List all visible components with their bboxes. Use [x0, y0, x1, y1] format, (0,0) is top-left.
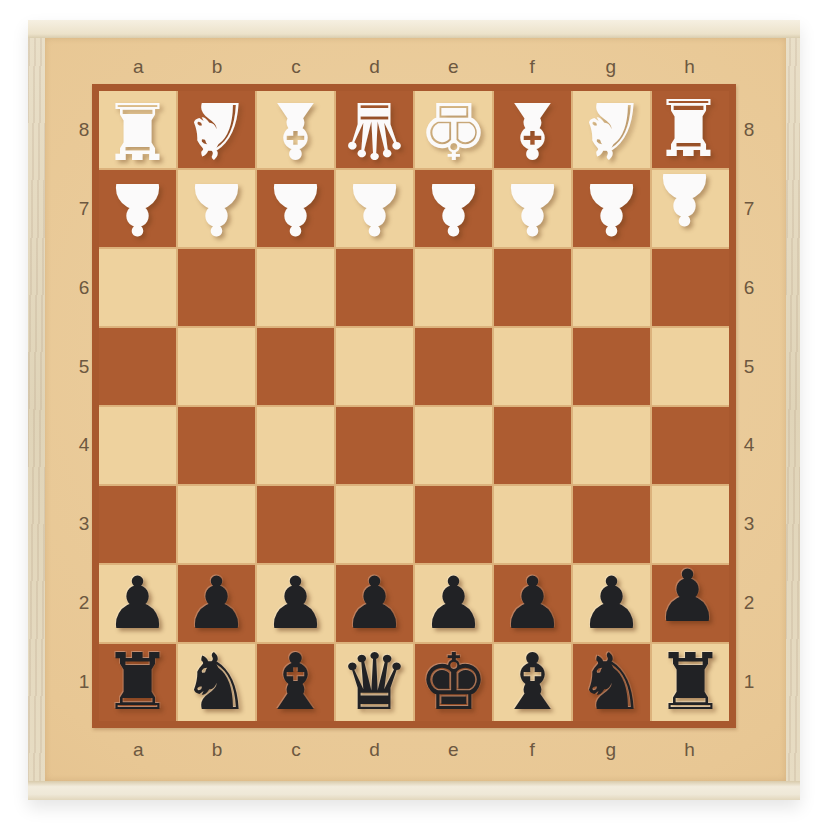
square-b2[interactable]: ♟ [178, 565, 255, 642]
file-label-d: d [335, 737, 414, 763]
square-h3[interactable] [652, 486, 729, 563]
rank-label-8: 8 [734, 91, 764, 170]
square-a6[interactable] [99, 249, 176, 326]
square-e5[interactable] [415, 328, 492, 405]
square-e1[interactable]: ♚ [415, 644, 492, 721]
square-a1[interactable]: ♜ [99, 644, 176, 721]
square-h2[interactable]: ♟ [652, 565, 729, 642]
file-label-b: b [178, 737, 257, 763]
file-labels-top: abcdefgh [99, 54, 729, 80]
square-d1[interactable]: ♛ [336, 644, 413, 721]
square-g1[interactable]: ♞ [573, 644, 650, 721]
square-e3[interactable] [415, 486, 492, 563]
square-f1[interactable]: ♝ [494, 644, 571, 721]
rank-label-2: 2 [734, 564, 764, 643]
demonstration-chess-board: abcdefgh abcdefgh 87654321 87654321 ♜♞♝♛… [0, 0, 828, 823]
piece-black-pawn[interactable]: ♟ [184, 565, 249, 642]
square-a7[interactable]: ♟ [99, 170, 176, 247]
rank-label-4: 4 [734, 406, 764, 485]
piece-white-knight[interactable]: ♞ [577, 91, 647, 168]
square-c3[interactable] [257, 486, 334, 563]
piece-white-rook[interactable]: ♜ [654, 87, 724, 164]
piece-black-pawn[interactable]: ♟ [500, 565, 565, 642]
piece-black-rook[interactable]: ♜ [656, 644, 726, 721]
square-b3[interactable] [178, 486, 255, 563]
square-h6[interactable] [652, 249, 729, 326]
file-label-b: b [178, 54, 257, 80]
file-label-g: g [572, 737, 651, 763]
piece-white-pawn[interactable]: ♟ [105, 170, 170, 247]
square-c1[interactable]: ♝ [257, 644, 334, 721]
board: ♜♞♝♛♚♝♞♜♟♟♟♟♟♟♟♟♟♟♟♟♟♟♟♟♜♞♝♛♚♝♞♜ [99, 91, 729, 721]
square-b8[interactable]: ♞ [178, 91, 255, 168]
square-f8[interactable]: ♝ [494, 91, 571, 168]
file-labels-bottom: abcdefgh [99, 737, 729, 763]
square-c2[interactable]: ♟ [257, 565, 334, 642]
square-d4[interactable] [336, 407, 413, 484]
square-f2[interactable]: ♟ [494, 565, 571, 642]
square-c5[interactable] [257, 328, 334, 405]
file-label-h: h [650, 737, 729, 763]
board-surface: abcdefgh abcdefgh 87654321 87654321 ♜♞♝♛… [45, 38, 786, 781]
square-d6[interactable] [336, 249, 413, 326]
frame-left-rail [28, 37, 45, 783]
frame-top-rail [28, 20, 800, 38]
piece-white-pawn[interactable]: ♟ [263, 170, 328, 247]
piece-white-pawn[interactable]: ♟ [421, 170, 486, 247]
piece-black-pawn[interactable]: ♟ [105, 565, 170, 642]
square-a2[interactable]: ♟ [99, 565, 176, 642]
piece-white-king[interactable]: ♚ [419, 91, 489, 168]
square-d5[interactable] [336, 328, 413, 405]
square-d7[interactable]: ♟ [336, 170, 413, 247]
square-a3[interactable] [99, 486, 176, 563]
piece-black-queen[interactable]: ♛ [340, 644, 410, 721]
square-h1[interactable]: ♜ [652, 644, 729, 721]
square-a8[interactable]: ♜ [99, 91, 176, 168]
square-c4[interactable] [257, 407, 334, 484]
file-label-h: h [650, 54, 729, 80]
rank-label-5: 5 [734, 327, 764, 406]
file-label-c: c [257, 737, 336, 763]
square-g4[interactable] [573, 407, 650, 484]
square-g6[interactable] [573, 249, 650, 326]
grid-border: ♜♞♝♛♚♝♞♜♟♟♟♟♟♟♟♟♟♟♟♟♟♟♟♟♜♞♝♛♚♝♞♜ [92, 84, 736, 728]
square-g3[interactable] [573, 486, 650, 563]
piece-black-pawn[interactable]: ♟ [655, 558, 720, 635]
square-c6[interactable] [257, 249, 334, 326]
rank-label-7: 7 [734, 170, 764, 249]
wooden-frame: abcdefgh abcdefgh 87654321 87654321 ♜♞♝♛… [28, 20, 800, 800]
square-g7[interactable]: ♟ [573, 170, 650, 247]
piece-white-pawn[interactable]: ♟ [579, 170, 644, 247]
square-b4[interactable] [178, 407, 255, 484]
piece-white-pawn[interactable]: ♟ [342, 170, 407, 247]
piece-black-pawn[interactable]: ♟ [421, 565, 486, 642]
file-label-a: a [99, 737, 178, 763]
square-e4[interactable] [415, 407, 492, 484]
square-b5[interactable] [178, 328, 255, 405]
piece-black-rook[interactable]: ♜ [103, 644, 173, 721]
square-d3[interactable] [336, 486, 413, 563]
piece-black-king[interactable]: ♚ [419, 644, 489, 721]
file-label-c: c [257, 54, 336, 80]
file-label-a: a [99, 54, 178, 80]
piece-black-knight[interactable]: ♞ [577, 644, 647, 721]
square-f4[interactable] [494, 407, 571, 484]
file-label-f: f [493, 737, 572, 763]
piece-white-rook[interactable]: ♜ [103, 91, 173, 168]
file-label-e: e [414, 54, 493, 80]
piece-white-bishop[interactable]: ♝ [498, 91, 568, 168]
square-d2[interactable]: ♟ [336, 565, 413, 642]
frame-bottom-rail [28, 781, 800, 800]
square-d8[interactable]: ♛ [336, 91, 413, 168]
square-g2[interactable]: ♟ [573, 565, 650, 642]
square-e7[interactable]: ♟ [415, 170, 492, 247]
file-label-e: e [414, 737, 493, 763]
square-f5[interactable] [494, 328, 571, 405]
piece-white-knight[interactable]: ♞ [182, 91, 252, 168]
square-f3[interactable] [494, 486, 571, 563]
square-g5[interactable] [573, 328, 650, 405]
rank-label-1: 1 [734, 642, 764, 721]
square-h7[interactable]: ♟ [652, 170, 729, 247]
square-g8[interactable]: ♞ [573, 91, 650, 168]
rank-labels-right: 87654321 [734, 91, 764, 721]
square-b6[interactable] [178, 249, 255, 326]
square-e2[interactable]: ♟ [415, 565, 492, 642]
square-h5[interactable] [652, 328, 729, 405]
square-f7[interactable]: ♟ [494, 170, 571, 247]
piece-black-pawn[interactable]: ♟ [263, 565, 328, 642]
file-label-d: d [335, 54, 414, 80]
piece-white-bishop[interactable]: ♝ [261, 91, 331, 168]
piece-white-queen[interactable]: ♛ [340, 91, 410, 168]
piece-black-bishop[interactable]: ♝ [498, 644, 568, 721]
rank-label-3: 3 [734, 485, 764, 564]
piece-black-pawn[interactable]: ♟ [342, 565, 407, 642]
square-e8[interactable]: ♚ [415, 91, 492, 168]
piece-white-pawn[interactable]: ♟ [500, 170, 565, 247]
file-label-g: g [572, 54, 651, 80]
square-c8[interactable]: ♝ [257, 91, 334, 168]
piece-black-knight[interactable]: ♞ [182, 644, 252, 721]
piece-black-pawn[interactable]: ♟ [579, 565, 644, 642]
piece-white-pawn[interactable]: ♟ [652, 160, 717, 237]
square-b7[interactable]: ♟ [178, 170, 255, 247]
piece-black-bishop[interactable]: ♝ [261, 644, 331, 721]
rank-label-6: 6 [734, 249, 764, 328]
square-h4[interactable] [652, 407, 729, 484]
square-c7[interactable]: ♟ [257, 170, 334, 247]
file-label-f: f [493, 54, 572, 80]
square-e6[interactable] [415, 249, 492, 326]
square-a5[interactable] [99, 328, 176, 405]
square-f6[interactable] [494, 249, 571, 326]
piece-white-pawn[interactable]: ♟ [184, 170, 249, 247]
square-b1[interactable]: ♞ [178, 644, 255, 721]
square-a4[interactable] [99, 407, 176, 484]
